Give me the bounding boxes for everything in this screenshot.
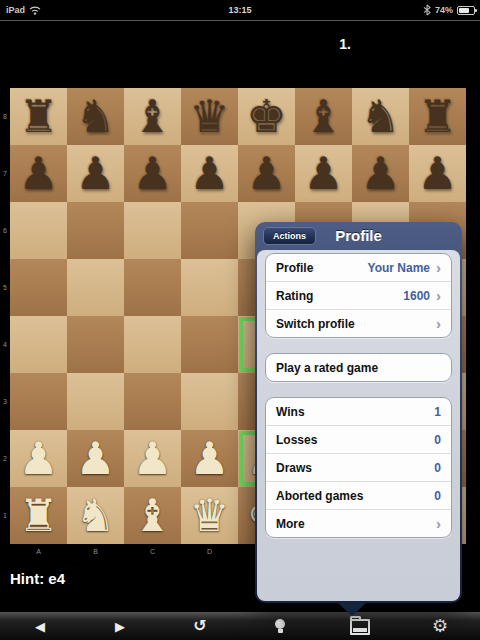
- popover-row-more[interactable]: More›: [266, 509, 451, 537]
- move-number: 1.: [300, 36, 390, 52]
- square-d3[interactable]: [181, 373, 238, 430]
- row-value: 0: [434, 461, 441, 475]
- row-label: More: [276, 517, 305, 531]
- black-pawn: ♟: [409, 145, 466, 202]
- white-rook: ♜: [10, 487, 67, 544]
- black-queen: ♛: [181, 88, 238, 145]
- white-bishop: ♝: [124, 487, 181, 544]
- black-pawn: ♟: [295, 145, 352, 202]
- square-d4[interactable]: [181, 316, 238, 373]
- square-e7[interactable]: ♟: [238, 145, 295, 202]
- square-a5[interactable]: [10, 259, 67, 316]
- black-pawn: ♟: [67, 145, 124, 202]
- clock: 13:15: [0, 5, 480, 15]
- square-e8[interactable]: ♚: [238, 88, 295, 145]
- square-a8[interactable]: ♜: [10, 88, 67, 145]
- black-king: ♚: [238, 88, 295, 145]
- square-a1[interactable]: ♜: [10, 487, 67, 544]
- row-label: Aborted games: [276, 489, 363, 503]
- square-c6[interactable]: [124, 202, 181, 259]
- row-value: 0: [434, 433, 441, 447]
- row-value: Your Name: [368, 261, 430, 275]
- square-a4[interactable]: [10, 316, 67, 373]
- square-b5[interactable]: [67, 259, 124, 316]
- chevron-right-icon: ›: [436, 516, 441, 531]
- white-pawn: ♟: [124, 430, 181, 487]
- row-label: Play a rated game: [276, 361, 378, 375]
- popover-body: ProfileYour Name›Rating1600›Switch profi…: [257, 250, 460, 601]
- rank-label-5: 5: [0, 259, 10, 316]
- popover-card-1: ProfileYour Name›Rating1600›Switch profi…: [265, 253, 452, 338]
- chevron-right-icon: ›: [436, 260, 441, 275]
- row-label: Wins: [276, 405, 305, 419]
- square-b3[interactable]: [67, 373, 124, 430]
- black-pawn: ♟: [124, 145, 181, 202]
- popover-card-3: Wins1Losses0Draws0Aborted games0More›: [265, 397, 452, 538]
- undo-button[interactable]: ↺: [160, 612, 240, 640]
- square-f7[interactable]: ♟: [295, 145, 352, 202]
- square-d7[interactable]: ♟: [181, 145, 238, 202]
- black-pawn: ♟: [10, 145, 67, 202]
- white-pawn: ♟: [67, 430, 124, 487]
- back-button[interactable]: ◀: [0, 612, 80, 640]
- rank-label-2: 2: [0, 430, 10, 487]
- square-b4[interactable]: [67, 316, 124, 373]
- row-value: 1600: [403, 289, 430, 303]
- square-d6[interactable]: [181, 202, 238, 259]
- square-c7[interactable]: ♟: [124, 145, 181, 202]
- square-a2[interactable]: ♟: [10, 430, 67, 487]
- black-knight: ♞: [352, 88, 409, 145]
- black-pawn: ♟: [352, 145, 409, 202]
- square-a7[interactable]: ♟: [10, 145, 67, 202]
- hint-label: Hint: e4: [10, 570, 65, 587]
- status-bar: iPad 13:15 74%: [0, 0, 480, 21]
- row-value: 0: [434, 489, 441, 503]
- popover-row-rating[interactable]: Rating1600›: [266, 281, 451, 309]
- black-rook: ♜: [409, 88, 466, 145]
- battery-icon: [457, 6, 475, 15]
- black-pawn: ♟: [181, 145, 238, 202]
- white-pawn: ♟: [10, 430, 67, 487]
- file-label-a: A: [10, 545, 67, 558]
- square-h8[interactable]: ♜: [409, 88, 466, 145]
- square-b7[interactable]: ♟: [67, 145, 124, 202]
- hint-button[interactable]: [240, 612, 320, 640]
- chevron-right-icon: ›: [436, 316, 441, 331]
- square-c8[interactable]: ♝: [124, 88, 181, 145]
- row-label: Draws: [276, 461, 312, 475]
- black-rook: ♜: [10, 88, 67, 145]
- battery-fill: [459, 8, 469, 13]
- square-d1[interactable]: ♛: [181, 487, 238, 544]
- settings-button[interactable]: ⚙: [400, 612, 480, 640]
- square-c5[interactable]: [124, 259, 181, 316]
- square-a3[interactable]: [10, 373, 67, 430]
- black-bishop: ♝: [295, 88, 352, 145]
- square-f8[interactable]: ♝: [295, 88, 352, 145]
- rank-label-4: 4: [0, 316, 10, 373]
- rank-label-3: 3: [0, 373, 10, 430]
- profile-popover: Actions Profile ProfileYour Name›Rating1…: [255, 222, 462, 603]
- row-label: Losses: [276, 433, 317, 447]
- file-label-d: D: [181, 545, 238, 558]
- white-queen: ♛: [181, 487, 238, 544]
- forward-button[interactable]: ▶: [80, 612, 160, 640]
- gear-icon: ⚙: [432, 617, 448, 635]
- square-c2[interactable]: ♟: [124, 430, 181, 487]
- file-label-c: C: [124, 545, 181, 558]
- popover-row-losses[interactable]: Losses0: [266, 425, 451, 453]
- square-c3[interactable]: [124, 373, 181, 430]
- popover-row-profile[interactable]: ProfileYour Name›: [266, 254, 451, 281]
- popover-tail: [337, 602, 367, 616]
- row-label: Profile: [276, 261, 313, 275]
- popover-row-play-a-rated-game[interactable]: Play a rated game: [266, 354, 451, 381]
- square-a6[interactable]: [10, 202, 67, 259]
- rank-label-6: 6: [0, 202, 10, 259]
- square-d5[interactable]: [181, 259, 238, 316]
- bluetooth-icon: [423, 4, 431, 16]
- screen: iPad 13:15 74% 1. 87654321 ♜♞♝♛♚♝♞♜♟♟♟♟♟…: [0, 0, 480, 640]
- forward-icon: ▶: [115, 620, 125, 633]
- black-pawn: ♟: [238, 145, 295, 202]
- popover-row-aborted-games[interactable]: Aborted games0: [266, 481, 451, 509]
- rank-label-1: 1: [0, 487, 10, 544]
- square-h7[interactable]: ♟: [409, 145, 466, 202]
- row-label: Switch profile: [276, 317, 355, 331]
- rank-label-8: 8: [0, 88, 10, 145]
- toolbar: ◀ ▶ ↺ ⚙: [0, 612, 480, 640]
- popover-row-draws[interactable]: Draws0: [266, 453, 451, 481]
- popover-header: Actions Profile: [257, 222, 460, 250]
- folder-icon: [350, 619, 370, 635]
- lightbulb-icon: [275, 619, 285, 629]
- square-b8[interactable]: ♞: [67, 88, 124, 145]
- black-knight: ♞: [67, 88, 124, 145]
- square-b1[interactable]: ♞: [67, 487, 124, 544]
- square-c1[interactable]: ♝: [124, 487, 181, 544]
- rank-labels: 87654321: [0, 88, 10, 544]
- square-g8[interactable]: ♞: [352, 88, 409, 145]
- undo-icon: ↺: [193, 618, 206, 634]
- row-value: 1: [434, 405, 441, 419]
- popover-row-switch-profile[interactable]: Switch profile›: [266, 309, 451, 337]
- rank-label-7: 7: [0, 145, 10, 202]
- white-knight: ♞: [67, 487, 124, 544]
- popover-card-2: Play a rated game: [265, 353, 452, 382]
- row-label: Rating: [276, 289, 313, 303]
- file-label-b: B: [67, 545, 124, 558]
- square-d2[interactable]: ♟: [181, 430, 238, 487]
- square-g7[interactable]: ♟: [352, 145, 409, 202]
- actions-button[interactable]: Actions: [263, 227, 316, 245]
- status-right: 74%: [423, 0, 475, 20]
- chevron-right-icon: ›: [436, 288, 441, 303]
- white-pawn: ♟: [181, 430, 238, 487]
- square-b2[interactable]: ♟: [67, 430, 124, 487]
- popover-row-wins[interactable]: Wins1: [266, 398, 451, 425]
- square-d8[interactable]: ♛: [181, 88, 238, 145]
- back-icon: ◀: [35, 620, 45, 633]
- square-b6[interactable]: [67, 202, 124, 259]
- square-c4[interactable]: [124, 316, 181, 373]
- black-bishop: ♝: [124, 88, 181, 145]
- files-button[interactable]: [320, 612, 400, 640]
- battery-percent: 74%: [435, 5, 453, 15]
